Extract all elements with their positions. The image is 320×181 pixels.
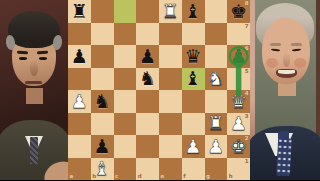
square-g2[interactable]: ♟ [205,135,228,158]
square-h1[interactable]: h1 [227,158,250,181]
piece-white-rook[interactable]: ♜ [162,2,179,21]
chess-board[interactable]: ♜♜♝♚87♟♟♛♟6♞♝♞5♟♞♛4♜♟3♟♟♟♚2a♝bcdefgh1 [68,0,250,180]
square-g4[interactable] [205,90,228,113]
square-e1[interactable]: e [159,158,182,181]
square-a5[interactable] [68,68,91,91]
coord-file-c: c [115,174,118,180]
square-h4[interactable]: ♛4 [227,90,250,113]
square-e2[interactable] [159,135,182,158]
piece-black-rook[interactable]: ♜ [71,2,88,21]
piece-black-pawn[interactable]: ♟ [139,47,156,66]
square-c5[interactable] [114,68,137,91]
square-g7[interactable] [205,23,228,46]
square-h6[interactable]: ♟6 [227,45,250,68]
square-a2[interactable] [68,135,91,158]
piece-black-knight[interactable]: ♞ [139,69,156,88]
square-g8[interactable] [205,0,228,23]
karpov-nose [283,52,290,67]
square-d2[interactable] [136,135,159,158]
square-g5[interactable]: ♞ [205,68,228,91]
karpov-eyebrow [291,43,302,46]
portrait-kasparov [0,0,68,180]
square-g3[interactable]: ♜ [205,113,228,136]
coord-file-g: g [206,174,210,180]
square-e7[interactable] [159,23,182,46]
kasparov-gray-temple [52,34,63,50]
square-e6[interactable] [159,45,182,68]
piece-black-knight[interactable]: ♞ [94,92,111,111]
piece-white-pawn[interactable]: ♟ [207,137,224,156]
square-a3[interactable] [68,113,91,136]
square-e4[interactable] [159,90,182,113]
coord-rank-2: 2 [245,136,249,142]
square-a6[interactable]: ♟ [68,45,91,68]
piece-black-bishop[interactable]: ♝ [185,69,202,88]
square-g1[interactable]: g [205,158,228,181]
square-f5[interactable]: ♝ [182,68,205,91]
piece-black-bishop[interactable]: ♝ [185,2,202,21]
coord-file-f: f [183,174,185,180]
portrait-karpov [250,0,320,180]
coord-rank-5: 5 [245,69,249,75]
karpov-polkadot-tie [276,138,292,177]
coord-file-e: e [161,174,165,180]
piece-white-rook[interactable]: ♜ [207,114,224,133]
square-b3[interactable] [91,113,114,136]
chess-thumbnail: ♜♜♝♚87♟♟♛♟6♞♝♞5♟♞♛4♜♟3♟♟♟♚2a♝bcdefgh1 [0,0,320,180]
board-squares[interactable]: ♜♜♝♚87♟♟♛♟6♞♝♞5♟♞♛4♜♟3♟♟♟♚2a♝bcdefgh1 [68,0,250,180]
coord-rank-4: 4 [245,91,249,97]
square-f2[interactable]: ♟ [182,135,205,158]
piece-black-queen[interactable]: ♛ [185,47,202,66]
coord-rank-1: 1 [245,159,249,165]
kasparov-striped-tie [30,137,38,164]
square-h3[interactable]: ♟3 [227,113,250,136]
square-e3[interactable] [159,113,182,136]
square-f8[interactable]: ♝ [182,0,205,23]
square-b1[interactable]: ♝b [91,158,114,181]
piece-white-pawn[interactable]: ♟ [185,137,202,156]
square-f3[interactable] [182,113,205,136]
coord-file-d: d [138,174,142,180]
square-f4[interactable] [182,90,205,113]
kasparov-neck [26,88,43,104]
piece-white-knight[interactable]: ♞ [207,69,224,88]
kasparov-eye [39,57,47,60]
square-h5[interactable]: 5 [227,68,250,91]
coord-rank-3: 3 [245,114,249,120]
square-b8[interactable] [91,0,114,23]
square-d1[interactable]: d [136,158,159,181]
karpov-smile [276,69,297,78]
square-b6[interactable] [91,45,114,68]
square-b7[interactable] [91,23,114,46]
karpov-cheek [294,58,306,68]
square-a4[interactable]: ♟ [68,90,91,113]
coord-file-h: h [229,174,233,180]
square-h8[interactable]: ♚8 [227,0,250,23]
square-c4[interactable] [114,90,137,113]
square-e5[interactable] [159,68,182,91]
square-d4[interactable] [136,90,159,113]
coord-rank-6: 6 [245,46,249,52]
kasparov-eye [19,57,27,60]
karpov-teeth [278,70,295,74]
square-c2[interactable] [114,135,137,158]
square-d8[interactable] [136,0,159,23]
piece-black-pawn[interactable]: ♟ [71,47,88,66]
kasparov-mouth [25,81,42,84]
piece-black-pawn[interactable]: ♟ [94,137,111,156]
square-g6[interactable] [205,45,228,68]
square-a1[interactable]: a [68,158,91,181]
square-d7[interactable] [136,23,159,46]
square-b2[interactable]: ♟ [91,135,114,158]
square-c7[interactable] [114,23,137,46]
square-f6[interactable]: ♛ [182,45,205,68]
square-d3[interactable] [136,113,159,136]
karpov-eyebrow [270,43,281,46]
kasparov-nose [30,60,38,76]
square-f1[interactable]: f [182,158,205,181]
square-a8[interactable]: ♜ [68,0,91,23]
coord-file-a: a [70,174,74,180]
square-c8[interactable] [114,0,137,23]
square-h7[interactable]: 7 [227,23,250,46]
square-h2[interactable]: ♚2 [227,135,250,158]
square-f7[interactable] [182,23,205,46]
piece-white-pawn[interactable]: ♟ [71,92,88,111]
square-b5[interactable] [91,68,114,91]
square-c6[interactable] [114,45,137,68]
square-c1[interactable]: c [114,158,137,181]
karpov-cheek [266,58,278,68]
coord-file-b: b [92,174,96,180]
square-a7[interactable] [68,23,91,46]
square-b4[interactable]: ♞ [91,90,114,113]
square-c3[interactable] [114,113,137,136]
square-e8[interactable]: ♜ [159,0,182,23]
square-d6[interactable]: ♟ [136,45,159,68]
square-d5[interactable]: ♞ [136,68,159,91]
coord-rank-7: 7 [245,24,249,30]
coord-rank-8: 8 [245,1,249,7]
